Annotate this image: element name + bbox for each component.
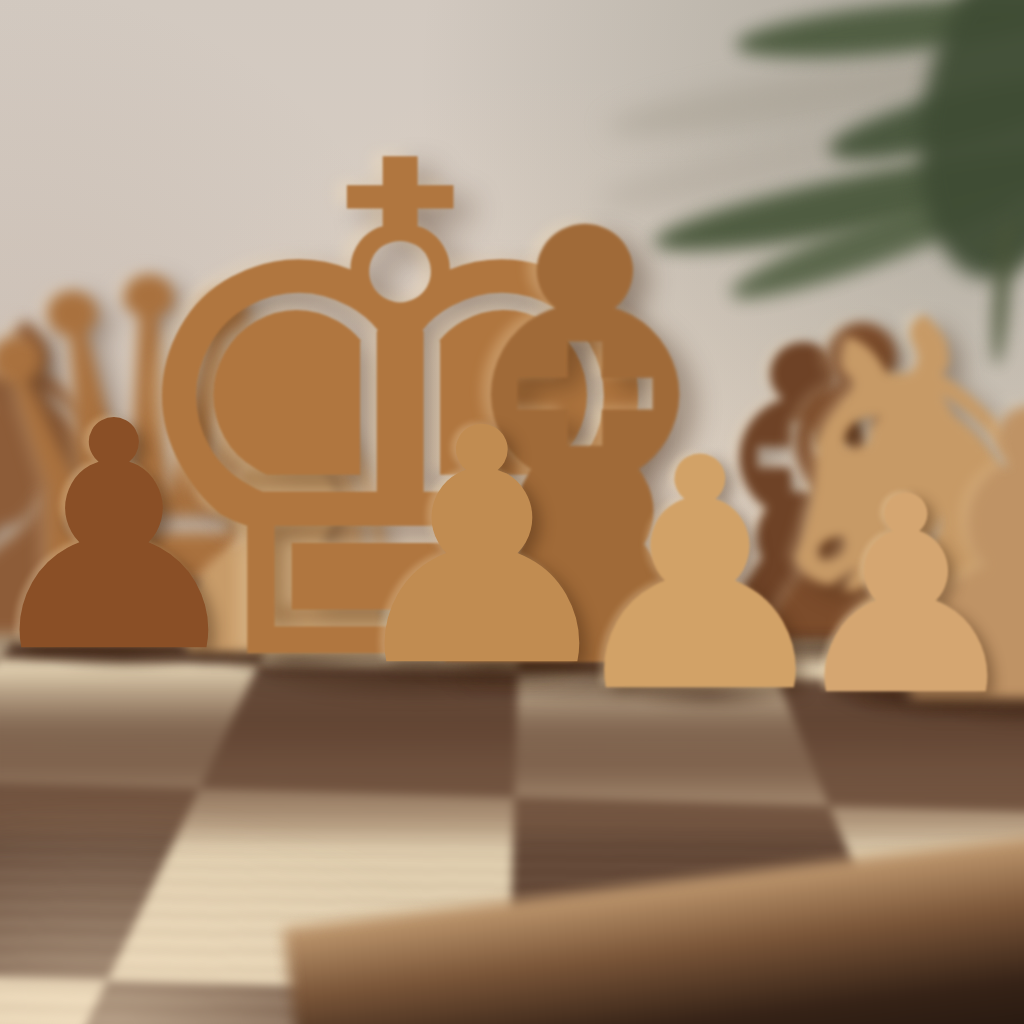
piece-pawn-far-right: ♟ bbox=[784, 461, 1024, 733]
chess-photo-scene: ♞♛♞♟♝♝♞♟♚♝♟♟♟♟ bbox=[0, 0, 1024, 1024]
pieces-layer: ♞♛♞♟♝♝♞♟♚♝♟♟♟♟ bbox=[0, 0, 1024, 1024]
piece-pawn-dark-front: ♟ bbox=[0, 381, 255, 696]
